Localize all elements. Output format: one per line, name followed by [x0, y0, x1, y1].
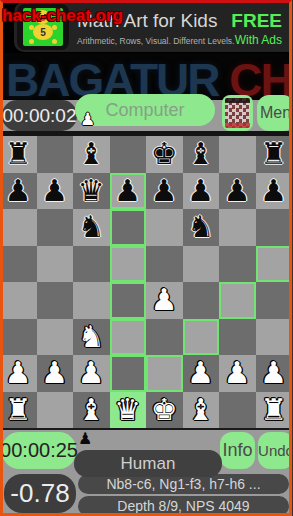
square-d2[interactable]: [110, 355, 147, 392]
square-e7[interactable]: ♟: [146, 173, 183, 210]
piece-black-pawn: ♟: [187, 176, 214, 206]
principal-variation: Nb8-c6, Ng1-f3, h7-h6 ...: [78, 474, 289, 494]
piece-white-queen: ♛: [114, 395, 141, 425]
undo-button[interactable]: Undo: [258, 432, 292, 469]
human-clock: 00:00:25: [2, 432, 76, 469]
app-title-word2: CHESS: [229, 54, 292, 100]
square-g3[interactable]: [219, 319, 256, 356]
piece-black-king: ♚: [151, 139, 178, 169]
square-h6[interactable]: [256, 209, 293, 246]
square-b2[interactable]: ♟: [37, 355, 74, 392]
computer-player-pill[interactable]: Computer: [75, 94, 215, 126]
captured-black-pawn-icon: ♟: [78, 431, 92, 447]
square-c6[interactable]: ♞: [73, 209, 110, 246]
turtle-foot: [29, 39, 34, 44]
piece-black-pawn: ♟: [5, 176, 32, 206]
info-button[interactable]: Info: [220, 432, 255, 469]
evaluation-score: -0.78: [4, 474, 76, 513]
square-g7[interactable]: ♟: [219, 173, 256, 210]
square-h2[interactable]: ♟: [256, 355, 293, 392]
square-g1[interactable]: [219, 392, 256, 429]
square-b5[interactable]: [37, 246, 74, 283]
square-f4[interactable]: [183, 282, 220, 319]
square-e3[interactable]: [146, 319, 183, 356]
mini-board-button[interactable]: [222, 95, 253, 131]
piece-black-pawn: ♟: [224, 176, 251, 206]
piece-black-pawn: ♟: [151, 176, 178, 206]
turtle-foot: [52, 39, 57, 44]
square-g2[interactable]: ♟: [219, 355, 256, 392]
piece-white-bishop: ♝: [78, 395, 105, 425]
piece-white-pawn: ♟: [5, 358, 32, 388]
piece-black-pawn: ♟: [41, 176, 68, 206]
square-c5[interactable]: [73, 246, 110, 283]
square-a8[interactable]: ♜: [0, 136, 37, 173]
square-g8[interactable]: [219, 136, 256, 173]
piece-white-rook: ♜: [5, 395, 32, 425]
mini-board-icon: [225, 98, 250, 128]
human-player-pill[interactable]: Human: [74, 450, 222, 477]
piece-white-pawn: ♟: [224, 358, 251, 388]
piece-white-pawn: ♟: [78, 358, 105, 388]
piece-black-pawn: ♟: [260, 176, 287, 206]
square-d3[interactable]: [110, 319, 147, 356]
square-g4[interactable]: [219, 282, 256, 319]
piece-black-knight: ♞: [187, 212, 214, 242]
square-c3[interactable]: ♞: [73, 319, 110, 356]
engine-info-bar: -0.78 Nb8-c6, Ng1-f3, h7-h6 ... Depth 8/…: [0, 472, 292, 516]
captured-white-pawn-icon: ♟: [80, 111, 95, 128]
piece-white-pawn: ♟: [187, 358, 214, 388]
square-c8[interactable]: ♝: [73, 136, 110, 173]
square-e2[interactable]: [146, 355, 183, 392]
watermark-text: hack-cheat.org: [2, 6, 123, 26]
square-e5[interactable]: [146, 246, 183, 283]
square-d6[interactable]: [110, 209, 147, 246]
square-h7[interactable]: ♟: [256, 173, 293, 210]
piece-black-pawn: ♟: [114, 176, 141, 206]
square-d4[interactable]: [110, 282, 147, 319]
ad-subtitle: Arithmetic, Rows, Visual. Different Leve…: [77, 36, 234, 46]
square-e4[interactable]: ♟: [146, 282, 183, 319]
piece-black-bishop: ♝: [78, 139, 105, 169]
piece-white-king: ♚: [151, 395, 178, 425]
square-c4[interactable]: [73, 282, 110, 319]
computer-clock: 00:00:02: [2, 100, 77, 131]
square-f2[interactable]: ♟: [183, 355, 220, 392]
square-d1[interactable]: ♛: [110, 392, 147, 429]
ad-with-ads-label: With Ads: [235, 33, 288, 47]
square-f6[interactable]: ♞: [183, 209, 220, 246]
square-f5[interactable]: [183, 246, 220, 283]
app-title-banner: BAGATUR CHESS: [0, 53, 292, 100]
square-h1[interactable]: ♜: [256, 392, 293, 429]
square-f1[interactable]: ♝: [183, 392, 220, 429]
app-screen: hack-cheat.org 5: [0, 0, 292, 516]
square-c7[interactable]: ♛: [73, 173, 110, 210]
piece-white-bishop: ♝: [187, 395, 214, 425]
square-d7[interactable]: ♟: [110, 173, 147, 210]
square-b1[interactable]: [37, 392, 74, 429]
bottom-toolbar: 00:00:25 ♟ Human Info Undo: [0, 430, 292, 472]
square-a7[interactable]: ♟: [0, 173, 37, 210]
turtle-body: 5: [33, 24, 53, 40]
piece-white-pawn: ♟: [260, 358, 287, 388]
square-a5[interactable]: [0, 246, 37, 283]
square-d8[interactable]: [110, 136, 147, 173]
square-b3[interactable]: [37, 319, 74, 356]
square-b8[interactable]: [37, 136, 74, 173]
top-toolbar: 00:00:02 Computer ♟ Menu: [0, 100, 292, 131]
square-e8[interactable]: ♚: [146, 136, 183, 173]
piece-black-rook: ♜: [260, 139, 287, 169]
square-b7[interactable]: ♟: [37, 173, 74, 210]
square-g6[interactable]: [219, 209, 256, 246]
piece-white-knight: ♞: [78, 322, 105, 352]
square-e1[interactable]: ♚: [146, 392, 183, 429]
square-d5[interactable]: [110, 246, 147, 283]
piece-white-pawn: ♟: [41, 358, 68, 388]
square-f7[interactable]: ♟: [183, 173, 220, 210]
piece-white-rook: ♜: [260, 395, 287, 425]
ad-free-label: FREE: [231, 10, 288, 32]
square-a6[interactable]: [0, 209, 37, 246]
piece-black-bishop: ♝: [187, 139, 214, 169]
square-f8[interactable]: ♝: [183, 136, 220, 173]
piece-black-queen: ♛: [78, 176, 105, 206]
chess-board: ♜♝♚♝♜♟♟♛♟♟♟♟♟♞♞♟♞♟♟♟♟♟♟♜♝♛♚♝♜: [0, 136, 292, 428]
square-h5[interactable]: [256, 246, 293, 283]
square-a1[interactable]: ♜: [0, 392, 37, 429]
square-f3[interactable]: [183, 319, 220, 356]
square-e6[interactable]: [146, 209, 183, 246]
square-a2[interactable]: ♟: [0, 355, 37, 392]
square-g5[interactable]: [219, 246, 256, 283]
square-c1[interactable]: ♝: [73, 392, 110, 429]
square-c2[interactable]: ♟: [73, 355, 110, 392]
menu-button[interactable]: Menu: [257, 95, 292, 131]
square-a3[interactable]: [0, 319, 37, 356]
square-b4[interactable]: [37, 282, 74, 319]
square-b6[interactable]: [37, 209, 74, 246]
engine-stats: Depth 8/9, NPS 4049: [78, 496, 289, 516]
piece-white-pawn: ♟: [151, 285, 178, 315]
square-h4[interactable]: [256, 282, 293, 319]
square-a4[interactable]: [0, 282, 37, 319]
piece-black-knight: ♞: [78, 212, 105, 242]
square-h8[interactable]: ♜: [256, 136, 293, 173]
piece-black-rook: ♜: [5, 139, 32, 169]
square-h3[interactable]: [256, 319, 293, 356]
